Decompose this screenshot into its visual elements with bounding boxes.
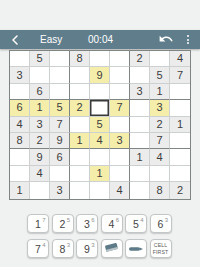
digit-label: 4 xyxy=(109,218,115,230)
cell-r4c5[interactable] xyxy=(90,100,110,116)
cell-r9c7[interactable] xyxy=(130,182,150,198)
cell-r2c6[interactable] xyxy=(110,67,130,83)
chevron-left-icon xyxy=(11,31,19,49)
cell-r8c5[interactable]: 1 xyxy=(90,166,110,182)
cell-r3c7[interactable]: 3 xyxy=(130,84,150,100)
cell-r7c2[interactable]: 9 xyxy=(30,149,50,165)
cell-r7c7[interactable]: 1 xyxy=(130,149,150,165)
cell-r4c3[interactable]: 5 xyxy=(50,100,70,116)
digit-button-7[interactable]: 74 xyxy=(27,239,49,258)
cell-r2c3[interactable] xyxy=(50,67,70,83)
cell-r6c4[interactable]: 1 xyxy=(70,133,90,149)
number-pad-row-2: 748393 CELL FIRST xyxy=(27,239,172,258)
cell-r5c6[interactable] xyxy=(110,117,130,133)
cell-r1c4[interactable]: 8 xyxy=(70,51,90,67)
cell-r5c1[interactable]: 4 xyxy=(10,117,30,133)
cell-r2c8[interactable]: 5 xyxy=(150,67,170,83)
digit-button-2[interactable]: 25 xyxy=(52,214,74,233)
vertical-dots-icon xyxy=(187,35,189,37)
cell-r9c3[interactable]: 3 xyxy=(50,182,70,198)
digit-button-3[interactable]: 36 xyxy=(76,214,98,233)
cell-r8c3[interactable] xyxy=(50,166,70,182)
cell-first-label-line2: FIRST xyxy=(153,249,169,256)
cell-r3c4[interactable] xyxy=(70,84,90,100)
digit-button-9[interactable]: 93 xyxy=(76,239,98,258)
cell-r7c4[interactable] xyxy=(70,149,90,165)
cell-r3c3[interactable] xyxy=(50,84,70,100)
cell-r7c5[interactable] xyxy=(90,149,110,165)
cell-r6c8[interactable]: 7 xyxy=(150,133,170,149)
cell-r4c6[interactable]: 7 xyxy=(110,100,130,116)
digit-count-badge: 6 xyxy=(91,217,94,223)
digit-label: 8 xyxy=(60,243,66,255)
cell-r8c6[interactable] xyxy=(110,166,130,182)
cell-r2c9[interactable]: 7 xyxy=(170,67,190,83)
cell-r2c5[interactable]: 9 xyxy=(90,67,110,83)
pencil-icon xyxy=(128,243,144,255)
digit-count-badge: 3 xyxy=(91,242,94,248)
sudoku-board: 5824395763161527343752182914379614411348… xyxy=(9,50,191,200)
cell-r9c1[interactable]: 1 xyxy=(10,182,30,198)
cell-r5c5[interactable]: 5 xyxy=(90,117,110,133)
back-button[interactable] xyxy=(8,30,22,49)
cell-r8c7[interactable] xyxy=(130,166,150,182)
cell-r1c5[interactable] xyxy=(90,51,110,67)
cell-r4c1[interactable]: 6 xyxy=(10,100,30,116)
app-bar: Easy 00:04 xyxy=(0,30,200,49)
cell-r7c9[interactable] xyxy=(170,149,190,165)
undo-icon xyxy=(159,31,173,49)
cell-r5c7[interactable] xyxy=(130,117,150,133)
cell-r1c6[interactable] xyxy=(110,51,130,67)
cell-r3c1[interactable] xyxy=(10,84,30,100)
digit-label: 1 xyxy=(35,218,41,230)
digit-button-1[interactable]: 17 xyxy=(27,214,49,233)
digit-count-badge: 3 xyxy=(165,217,168,223)
cell-r3c8[interactable]: 1 xyxy=(150,84,170,100)
digit-button-8[interactable]: 83 xyxy=(52,239,74,258)
cell-r8c4[interactable] xyxy=(70,166,90,182)
pencil-button[interactable] xyxy=(125,239,147,258)
digit-label: 5 xyxy=(133,218,139,230)
cell-r6c5[interactable]: 4 xyxy=(90,133,110,149)
digit-label: 9 xyxy=(84,243,90,255)
digit-label: 7 xyxy=(35,243,41,255)
timer: 00:04 xyxy=(88,30,113,49)
digit-count-badge: 7 xyxy=(42,217,45,223)
cell-r7c6[interactable] xyxy=(110,149,130,165)
cell-r9c6[interactable]: 4 xyxy=(110,182,130,198)
cell-r1c3[interactable] xyxy=(50,51,70,67)
cell-r9c2[interactable] xyxy=(30,182,50,198)
cell-r8c1[interactable] xyxy=(10,166,30,182)
cell-r1c7[interactable]: 2 xyxy=(130,51,150,67)
cell-r6c3[interactable]: 9 xyxy=(50,133,70,149)
digit-button-5[interactable]: 54 xyxy=(125,214,147,233)
cell-first-toggle-button[interactable]: CELL FIRST xyxy=(150,239,172,258)
difficulty-title: Easy xyxy=(40,30,62,49)
cell-r9c9[interactable]: 2 xyxy=(170,182,190,198)
digit-count-badge: 5 xyxy=(67,217,70,223)
cell-r8c2[interactable]: 4 xyxy=(30,166,50,182)
cell-r7c3[interactable]: 6 xyxy=(50,149,70,165)
cell-r4c7[interactable] xyxy=(130,100,150,116)
digit-count-badge: 4 xyxy=(140,217,143,223)
cell-r7c8[interactable]: 4 xyxy=(150,149,170,165)
cell-r4c2[interactable]: 1 xyxy=(30,100,50,116)
cell-first-label-line1: CELL xyxy=(154,242,167,249)
cell-r4c9[interactable] xyxy=(170,100,190,116)
number-pad-row-1: 172536465463 xyxy=(27,214,172,233)
cell-r8c8[interactable] xyxy=(150,166,170,182)
cell-r3c2[interactable]: 6 xyxy=(30,84,50,100)
digit-button-6[interactable]: 63 xyxy=(150,214,172,233)
cell-r1c8[interactable] xyxy=(150,51,170,67)
cell-r6c6[interactable]: 3 xyxy=(110,133,130,149)
undo-button[interactable] xyxy=(158,30,174,49)
cell-r1c2[interactable]: 5 xyxy=(30,51,50,67)
cell-r2c7[interactable] xyxy=(130,67,150,83)
cell-r1c1[interactable] xyxy=(10,51,30,67)
cell-r5c3[interactable]: 7 xyxy=(50,117,70,133)
cell-r1c9[interactable]: 4 xyxy=(170,51,190,67)
cell-r8c9[interactable] xyxy=(170,166,190,182)
digit-label: 3 xyxy=(84,218,90,230)
eraser-icon xyxy=(104,241,119,256)
eraser-button[interactable] xyxy=(101,239,123,258)
digit-count-badge: 3 xyxy=(67,242,70,248)
digit-label: 2 xyxy=(60,218,66,230)
cell-r5c2[interactable]: 3 xyxy=(30,117,50,133)
cell-r7c1[interactable] xyxy=(10,149,30,165)
digit-label: 6 xyxy=(158,218,164,230)
cell-r4c4[interactable]: 2 xyxy=(70,100,90,116)
cell-r5c8[interactable]: 2 xyxy=(150,117,170,133)
digit-count-badge: 6 xyxy=(116,217,119,223)
cell-r3c6[interactable] xyxy=(110,84,130,100)
cell-r9c8[interactable]: 8 xyxy=(150,182,170,198)
digit-button-4[interactable]: 46 xyxy=(101,214,123,233)
cell-r2c4[interactable] xyxy=(70,67,90,83)
digit-count-badge: 4 xyxy=(42,242,45,248)
cell-r6c9[interactable] xyxy=(170,133,190,149)
cell-r2c2[interactable] xyxy=(30,67,50,83)
cell-r3c5[interactable] xyxy=(90,84,110,100)
cell-r5c4[interactable] xyxy=(70,117,90,133)
cell-r6c7[interactable] xyxy=(130,133,150,149)
cell-r9c5[interactable] xyxy=(90,182,110,198)
cell-r6c2[interactable]: 2 xyxy=(30,133,50,149)
cell-r9c4[interactable] xyxy=(70,182,90,198)
cell-r3c9[interactable] xyxy=(170,84,190,100)
cell-r5c9[interactable]: 1 xyxy=(170,117,190,133)
cell-r6c1[interactable]: 8 xyxy=(10,133,30,149)
cell-r4c8[interactable]: 3 xyxy=(150,100,170,116)
cell-r2c1[interactable]: 3 xyxy=(10,67,30,83)
menu-button[interactable] xyxy=(183,30,193,49)
